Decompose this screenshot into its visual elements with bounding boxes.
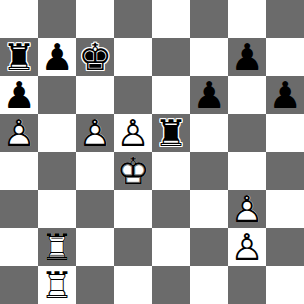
white-king: ♚♔ — [114, 152, 152, 190]
square-c4[interactable] — [76, 152, 114, 190]
square-a7[interactable]: ♜ — [0, 38, 38, 76]
square-f8[interactable] — [190, 0, 228, 38]
white-pawn: ♟♙ — [76, 114, 114, 152]
white-rook: ♜♖ — [38, 266, 76, 304]
square-d2[interactable] — [114, 228, 152, 266]
square-b8[interactable] — [38, 0, 76, 38]
square-h7[interactable] — [266, 38, 304, 76]
square-b7[interactable]: ♟ — [38, 38, 76, 76]
square-d6[interactable] — [114, 76, 152, 114]
square-b4[interactable] — [38, 152, 76, 190]
square-h3[interactable] — [266, 190, 304, 228]
square-e2[interactable] — [152, 228, 190, 266]
square-b6[interactable] — [38, 76, 76, 114]
square-h4[interactable] — [266, 152, 304, 190]
black-pawn: ♟ — [266, 76, 304, 114]
white-pawn-outline: ♙ — [228, 190, 266, 228]
white-pawn: ♟♙ — [228, 190, 266, 228]
white-rook-outline: ♖ — [38, 228, 76, 266]
black-pawn: ♟ — [228, 38, 266, 76]
square-d8[interactable] — [114, 0, 152, 38]
square-d7[interactable] — [114, 38, 152, 76]
black-pawn: ♟ — [190, 76, 228, 114]
square-d5[interactable]: ♟♙ — [114, 114, 152, 152]
square-h2[interactable] — [266, 228, 304, 266]
square-c5[interactable]: ♟♙ — [76, 114, 114, 152]
square-a8[interactable] — [0, 0, 38, 38]
square-d3[interactable] — [114, 190, 152, 228]
square-f4[interactable] — [190, 152, 228, 190]
square-a1[interactable] — [0, 266, 38, 304]
white-pawn-outline: ♙ — [228, 228, 266, 266]
square-b5[interactable] — [38, 114, 76, 152]
white-pawn-outline: ♙ — [114, 114, 152, 152]
black-pawn: ♟ — [38, 38, 76, 76]
black-king: ♚ — [76, 38, 114, 76]
square-e6[interactable] — [152, 76, 190, 114]
square-f6[interactable]: ♟ — [190, 76, 228, 114]
square-a5[interactable]: ♟♙ — [0, 114, 38, 152]
white-pawn: ♟♙ — [0, 114, 38, 152]
square-g1[interactable] — [228, 266, 266, 304]
square-a2[interactable] — [0, 228, 38, 266]
square-d1[interactable] — [114, 266, 152, 304]
white-pawn-outline: ♙ — [0, 114, 38, 152]
square-g4[interactable] — [228, 152, 266, 190]
white-rook-outline: ♖ — [38, 266, 76, 304]
square-c6[interactable] — [76, 76, 114, 114]
square-e8[interactable] — [152, 0, 190, 38]
white-pawn-outline: ♙ — [76, 114, 114, 152]
square-h1[interactable] — [266, 266, 304, 304]
square-g2[interactable]: ♟♙ — [228, 228, 266, 266]
square-a3[interactable] — [0, 190, 38, 228]
square-f3[interactable] — [190, 190, 228, 228]
square-b1[interactable]: ♜♖ — [38, 266, 76, 304]
square-f2[interactable] — [190, 228, 228, 266]
square-c8[interactable] — [76, 0, 114, 38]
square-c3[interactable] — [76, 190, 114, 228]
square-f5[interactable] — [190, 114, 228, 152]
square-h6[interactable]: ♟ — [266, 76, 304, 114]
square-g8[interactable] — [228, 0, 266, 38]
white-rook: ♜♖ — [38, 228, 76, 266]
square-e4[interactable] — [152, 152, 190, 190]
square-f7[interactable] — [190, 38, 228, 76]
square-g7[interactable]: ♟ — [228, 38, 266, 76]
square-c2[interactable] — [76, 228, 114, 266]
square-a6[interactable]: ♟ — [0, 76, 38, 114]
square-h5[interactable] — [266, 114, 304, 152]
square-h8[interactable] — [266, 0, 304, 38]
square-e7[interactable] — [152, 38, 190, 76]
square-c1[interactable] — [76, 266, 114, 304]
square-d4[interactable]: ♚♔ — [114, 152, 152, 190]
square-e1[interactable] — [152, 266, 190, 304]
square-f1[interactable] — [190, 266, 228, 304]
black-pawn: ♟ — [0, 76, 38, 114]
square-g5[interactable] — [228, 114, 266, 152]
chessboard: ♜♟♚♟♟♟♟♟♙♟♙♟♙♜♚♔♟♙♜♖♟♙♜♖ — [0, 0, 304, 304]
square-c7[interactable]: ♚ — [76, 38, 114, 76]
square-g3[interactable]: ♟♙ — [228, 190, 266, 228]
square-b3[interactable] — [38, 190, 76, 228]
square-b2[interactable]: ♜♖ — [38, 228, 76, 266]
square-e3[interactable] — [152, 190, 190, 228]
white-king-outline: ♔ — [114, 152, 152, 190]
black-rook: ♜ — [152, 114, 190, 152]
black-rook: ♜ — [0, 38, 38, 76]
white-pawn: ♟♙ — [228, 228, 266, 266]
square-a4[interactable] — [0, 152, 38, 190]
square-g6[interactable] — [228, 76, 266, 114]
square-e5[interactable]: ♜ — [152, 114, 190, 152]
white-pawn: ♟♙ — [114, 114, 152, 152]
